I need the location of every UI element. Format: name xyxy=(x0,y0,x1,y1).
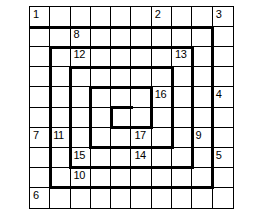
cell-r5c4[interactable] xyxy=(91,87,111,107)
cell-r10c3[interactable] xyxy=(71,188,91,208)
cell-r4c7[interactable] xyxy=(152,67,172,87)
cell-r7c8[interactable] xyxy=(172,128,192,148)
cell-r8c1[interactable] xyxy=(30,148,50,168)
cell-r9c10[interactable] xyxy=(213,168,233,188)
cell-r4c4[interactable] xyxy=(91,67,111,87)
clue-number-8: 8 xyxy=(74,28,90,41)
cell-r6c9[interactable] xyxy=(192,108,212,128)
cell-r1c10[interactable]: 3 xyxy=(213,7,233,27)
clue-number-13: 13 xyxy=(175,48,191,61)
cell-r6c6[interactable] xyxy=(131,108,151,128)
puzzle-board: 1238121316471117915145106 xyxy=(29,6,234,209)
cell-r8c4[interactable] xyxy=(91,148,111,168)
cell-r6c2[interactable] xyxy=(50,108,70,128)
cell-r10c5[interactable] xyxy=(111,188,131,208)
cell-r10c10[interactable] xyxy=(213,188,233,208)
cell-r3c7[interactable] xyxy=(152,47,172,67)
cell-r6c1[interactable] xyxy=(30,108,50,128)
clue-number-17: 17 xyxy=(134,129,150,142)
cell-r7c2[interactable]: 11 xyxy=(50,128,70,148)
cell-r4c2[interactable] xyxy=(50,67,70,87)
cell-r2c10[interactable] xyxy=(213,27,233,47)
cell-r10c2[interactable] xyxy=(50,188,70,208)
cell-r4c1[interactable] xyxy=(30,67,50,87)
cell-r6c4[interactable] xyxy=(91,108,111,128)
cell-r3c3[interactable]: 12 xyxy=(71,47,91,67)
cell-r7c10[interactable] xyxy=(213,128,233,148)
cell-r3c8[interactable]: 13 xyxy=(172,47,192,67)
cell-r7c5[interactable] xyxy=(111,128,131,148)
cell-r8c3[interactable]: 15 xyxy=(71,148,91,168)
clue-number-2: 2 xyxy=(155,8,171,21)
clue-number-11: 11 xyxy=(53,129,69,142)
cell-r4c3[interactable] xyxy=(71,67,91,87)
cell-r6c8[interactable] xyxy=(172,108,192,128)
cell-r9c8[interactable] xyxy=(172,168,192,188)
cell-r4c9[interactable] xyxy=(192,67,212,87)
clue-number-16: 16 xyxy=(155,88,171,101)
cell-r6c3[interactable] xyxy=(71,108,91,128)
cell-r5c2[interactable] xyxy=(50,87,70,107)
clue-number-15: 15 xyxy=(74,149,90,162)
cell-r8c2[interactable] xyxy=(50,148,70,168)
cell-r2c8[interactable] xyxy=(172,27,192,47)
cell-r3c2[interactable] xyxy=(50,47,70,67)
cell-r10c7[interactable] xyxy=(152,188,172,208)
cell-r5c10[interactable]: 4 xyxy=(213,87,233,107)
cell-r5c6[interactable] xyxy=(131,87,151,107)
cell-r1c5[interactable] xyxy=(111,7,131,27)
cell-r9c3[interactable]: 10 xyxy=(71,168,91,188)
cell-r4c10[interactable] xyxy=(213,67,233,87)
clue-number-7: 7 xyxy=(33,129,49,142)
cell-r2c3[interactable]: 8 xyxy=(71,27,91,47)
cell-r10c4[interactable] xyxy=(91,188,111,208)
cell-r8c8[interactable] xyxy=(172,148,192,168)
clue-number-3: 3 xyxy=(216,8,233,21)
cell-r7c3[interactable] xyxy=(71,128,91,148)
cell-r3c9[interactable] xyxy=(192,47,212,67)
cell-r5c7[interactable]: 16 xyxy=(152,87,172,107)
cell-r8c6[interactable]: 14 xyxy=(131,148,151,168)
cell-r3c4[interactable] xyxy=(91,47,111,67)
cell-r9c7[interactable] xyxy=(152,168,172,188)
cell-r8c9[interactable] xyxy=(192,148,212,168)
cell-r2c1[interactable] xyxy=(30,27,50,47)
cell-r1c7[interactable]: 2 xyxy=(152,7,172,27)
cell-r4c6[interactable] xyxy=(131,67,151,87)
cell-r9c6[interactable] xyxy=(131,168,151,188)
cell-r2c4[interactable] xyxy=(91,27,111,47)
cell-r3c1[interactable] xyxy=(30,47,50,67)
cell-r1c4[interactable] xyxy=(91,7,111,27)
cell-r1c1[interactable]: 1 xyxy=(30,7,50,27)
cell-r1c9[interactable] xyxy=(192,7,212,27)
cell-r9c1[interactable] xyxy=(30,168,50,188)
clue-number-9: 9 xyxy=(195,129,211,142)
cell-r8c10[interactable]: 5 xyxy=(213,148,233,168)
cell-r5c8[interactable] xyxy=(172,87,192,107)
cell-r10c9[interactable] xyxy=(192,188,212,208)
cell-r8c7[interactable] xyxy=(152,148,172,168)
cell-r7c4[interactable] xyxy=(91,128,111,148)
cell-r2c9[interactable] xyxy=(192,27,212,47)
cell-r10c6[interactable] xyxy=(131,188,151,208)
cell-r2c5[interactable] xyxy=(111,27,131,47)
cell-r9c5[interactable] xyxy=(111,168,131,188)
grid-cells: 1238121316471117915145106 xyxy=(30,7,233,208)
cell-r2c6[interactable] xyxy=(131,27,151,47)
clue-number-12: 12 xyxy=(74,48,90,61)
cell-r10c1[interactable]: 6 xyxy=(30,188,50,208)
cell-r9c2[interactable] xyxy=(50,168,70,188)
cell-r5c5[interactable] xyxy=(111,87,131,107)
cell-r7c1[interactable]: 7 xyxy=(30,128,50,148)
cell-r3c6[interactable] xyxy=(131,47,151,67)
cell-r7c9[interactable]: 9 xyxy=(192,128,212,148)
cell-r4c8[interactable] xyxy=(172,67,192,87)
cell-r10c8[interactable] xyxy=(172,188,192,208)
cell-r8c5[interactable] xyxy=(111,148,131,168)
clue-number-5: 5 xyxy=(216,149,233,162)
clue-number-4: 4 xyxy=(216,88,233,101)
cell-r6c7[interactable] xyxy=(152,108,172,128)
cell-r9c4[interactable] xyxy=(91,168,111,188)
cell-r1c2[interactable] xyxy=(50,7,70,27)
cell-r2c7[interactable] xyxy=(152,27,172,47)
cell-r5c3[interactable] xyxy=(71,87,91,107)
cell-r5c9[interactable] xyxy=(192,87,212,107)
cell-r4c5[interactable] xyxy=(111,67,131,87)
cell-r2c2[interactable] xyxy=(50,27,70,47)
clue-number-6: 6 xyxy=(33,189,49,202)
clue-number-1: 1 xyxy=(33,8,49,21)
cell-r7c7[interactable] xyxy=(152,128,172,148)
clue-number-10: 10 xyxy=(74,169,90,182)
cell-r5c1[interactable] xyxy=(30,87,50,107)
cell-r7c6[interactable]: 17 xyxy=(131,128,151,148)
cell-r6c10[interactable] xyxy=(213,108,233,128)
cell-r6c5[interactable] xyxy=(111,108,131,128)
cell-r1c8[interactable] xyxy=(172,7,192,27)
cell-r1c6[interactable] xyxy=(131,7,151,27)
clue-number-14: 14 xyxy=(134,149,150,162)
cell-r3c5[interactable] xyxy=(111,47,131,67)
cell-r1c3[interactable] xyxy=(71,7,91,27)
cell-r3c10[interactable] xyxy=(213,47,233,67)
cell-r9c9[interactable] xyxy=(192,168,212,188)
